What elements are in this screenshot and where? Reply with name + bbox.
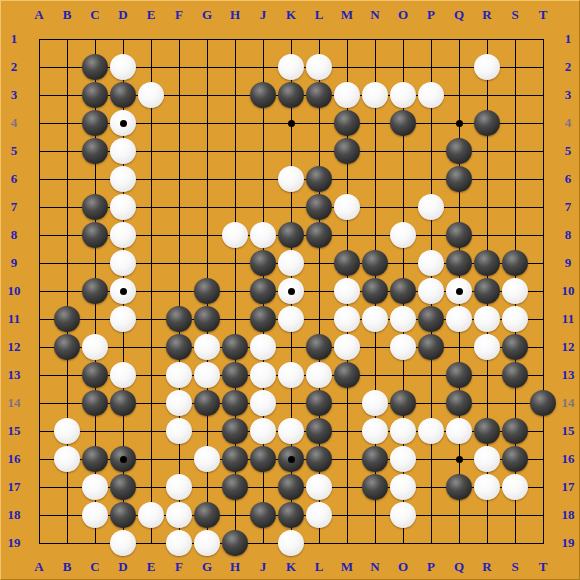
white-stone [362, 82, 388, 108]
white-stone [250, 390, 276, 416]
white-stone [390, 334, 416, 360]
white-stone [474, 446, 500, 472]
white-stone [418, 82, 444, 108]
black-stone [446, 362, 472, 388]
white-stone [502, 306, 528, 332]
white-stone [166, 418, 192, 444]
black-stone [82, 222, 108, 248]
star-point [456, 288, 463, 295]
black-stone [250, 82, 276, 108]
column-label: E [137, 5, 165, 25]
white-stone [446, 306, 472, 332]
black-stone [474, 418, 500, 444]
black-stone [222, 530, 248, 556]
column-label: D [109, 5, 137, 25]
white-stone [278, 306, 304, 332]
white-stone [390, 446, 416, 472]
black-stone [194, 278, 220, 304]
black-stone [54, 306, 80, 332]
black-stone [390, 278, 416, 304]
black-stone [446, 474, 472, 500]
black-stone [418, 334, 444, 360]
white-stone [250, 222, 276, 248]
row-label: 2 [3, 53, 25, 81]
row-label: 19 [557, 529, 579, 557]
row-label: 4 [557, 109, 579, 137]
black-stone [334, 362, 360, 388]
black-stone [82, 278, 108, 304]
white-stone [390, 82, 416, 108]
column-label: R [473, 5, 501, 25]
black-stone [222, 446, 248, 472]
row-label: 7 [3, 193, 25, 221]
white-stone [110, 222, 136, 248]
black-stone [306, 82, 332, 108]
row-label: 3 [3, 81, 25, 109]
white-stone [390, 502, 416, 528]
black-stone [82, 110, 108, 136]
black-stone [502, 362, 528, 388]
white-stone [362, 306, 388, 332]
white-stone [138, 502, 164, 528]
column-label: P [417, 5, 445, 25]
column-label: B [53, 5, 81, 25]
black-stone [502, 418, 528, 444]
white-stone [54, 446, 80, 472]
column-label: K [277, 557, 305, 577]
column-label: O [389, 557, 417, 577]
black-stone [362, 446, 388, 472]
black-stone [110, 82, 136, 108]
black-stone [530, 390, 556, 416]
white-stone [110, 530, 136, 556]
star-point [120, 456, 127, 463]
column-label: L [305, 5, 333, 25]
black-stone [306, 418, 332, 444]
black-stone [334, 110, 360, 136]
row-label: 10 [557, 277, 579, 305]
row-label: 1 [557, 25, 579, 53]
white-stone [110, 54, 136, 80]
black-stone [278, 474, 304, 500]
row-label: 5 [3, 137, 25, 165]
row-label: 7 [557, 193, 579, 221]
white-stone [278, 530, 304, 556]
row-label: 5 [557, 137, 579, 165]
white-stone [82, 502, 108, 528]
white-stone [278, 54, 304, 80]
row-label: 11 [3, 305, 25, 333]
black-stone [278, 502, 304, 528]
white-stone [278, 418, 304, 444]
black-stone [222, 390, 248, 416]
black-stone [306, 194, 332, 220]
column-label: T [529, 5, 557, 25]
white-stone [334, 306, 360, 332]
row-label: 17 [3, 473, 25, 501]
black-stone [502, 446, 528, 472]
column-label: J [249, 5, 277, 25]
row-label: 9 [3, 249, 25, 277]
white-stone [194, 362, 220, 388]
black-stone [82, 446, 108, 472]
column-label: A [25, 557, 53, 577]
white-stone [166, 502, 192, 528]
column-label: D [109, 557, 137, 577]
black-stone [390, 110, 416, 136]
white-stone [82, 334, 108, 360]
white-stone [334, 278, 360, 304]
column-label: N [361, 557, 389, 577]
column-label: H [221, 557, 249, 577]
white-stone [278, 166, 304, 192]
row-label: 6 [3, 165, 25, 193]
column-label: S [501, 5, 529, 25]
black-stone [278, 82, 304, 108]
white-stone [306, 362, 332, 388]
column-label: N [361, 5, 389, 25]
black-stone [446, 250, 472, 276]
black-stone [110, 502, 136, 528]
black-stone [306, 446, 332, 472]
black-stone [362, 474, 388, 500]
column-label: L [305, 557, 333, 577]
column-label: G [193, 5, 221, 25]
white-stone [390, 474, 416, 500]
white-stone [110, 194, 136, 220]
row-label: 4 [3, 109, 25, 137]
white-stone [474, 54, 500, 80]
row-label: 9 [557, 249, 579, 277]
row-label: 16 [3, 445, 25, 473]
column-label: F [165, 5, 193, 25]
white-stone [390, 418, 416, 444]
white-stone [194, 446, 220, 472]
black-stone [82, 362, 108, 388]
star-point [120, 288, 127, 295]
row-label: 18 [557, 501, 579, 529]
column-label: K [277, 5, 305, 25]
row-label: 2 [557, 53, 579, 81]
white-stone [306, 54, 332, 80]
black-stone [222, 474, 248, 500]
black-stone [222, 418, 248, 444]
column-label: A [25, 5, 53, 25]
black-stone [446, 390, 472, 416]
row-label: 15 [557, 417, 579, 445]
white-stone [54, 418, 80, 444]
row-label: 12 [3, 333, 25, 361]
row-label: 3 [557, 81, 579, 109]
black-stone [278, 222, 304, 248]
white-stone [166, 390, 192, 416]
black-stone [222, 334, 248, 360]
black-stone [166, 334, 192, 360]
white-stone [278, 362, 304, 388]
row-label: 8 [3, 221, 25, 249]
white-stone [250, 418, 276, 444]
white-stone [418, 278, 444, 304]
white-stone [334, 82, 360, 108]
black-stone [474, 278, 500, 304]
white-stone [474, 306, 500, 332]
column-label: O [389, 5, 417, 25]
black-stone [250, 306, 276, 332]
black-stone [306, 166, 332, 192]
black-stone [306, 334, 332, 360]
row-label: 15 [3, 417, 25, 445]
black-stone [390, 390, 416, 416]
row-label: 17 [557, 473, 579, 501]
row-label: 11 [557, 305, 579, 333]
column-label: C [81, 557, 109, 577]
column-label: R [473, 557, 501, 577]
column-label: M [333, 557, 361, 577]
black-stone [82, 390, 108, 416]
black-stone [306, 390, 332, 416]
white-stone [250, 362, 276, 388]
black-stone [82, 54, 108, 80]
white-stone [418, 418, 444, 444]
row-label: 16 [557, 445, 579, 473]
black-stone [362, 250, 388, 276]
black-stone [194, 390, 220, 416]
white-stone [474, 334, 500, 360]
star-point [288, 456, 295, 463]
row-label: 12 [557, 333, 579, 361]
white-stone [110, 138, 136, 164]
row-label: 13 [3, 361, 25, 389]
black-stone [82, 194, 108, 220]
row-label: 14 [557, 389, 579, 417]
white-stone [474, 474, 500, 500]
column-label: B [53, 557, 81, 577]
row-label: 14 [3, 389, 25, 417]
star-point [288, 120, 295, 127]
white-stone [446, 418, 472, 444]
black-stone [446, 222, 472, 248]
black-stone [110, 390, 136, 416]
white-stone [110, 306, 136, 332]
column-label: J [249, 557, 277, 577]
column-label: T [529, 557, 557, 577]
black-stone [166, 306, 192, 332]
white-stone [110, 166, 136, 192]
black-stone [362, 278, 388, 304]
column-label: F [165, 557, 193, 577]
star-point [456, 456, 463, 463]
black-stone [446, 138, 472, 164]
white-stone [250, 334, 276, 360]
white-stone [306, 474, 332, 500]
white-stone [110, 362, 136, 388]
black-stone [502, 334, 528, 360]
black-stone [82, 82, 108, 108]
star-point [456, 120, 463, 127]
white-stone [390, 306, 416, 332]
black-stone [418, 306, 444, 332]
row-label: 10 [3, 277, 25, 305]
column-label: E [137, 557, 165, 577]
row-label: 18 [3, 501, 25, 529]
go-board-window: ABCDEFGHJKLMNOPQRST ABCDEFGHJKLMNOPQRST … [0, 0, 580, 580]
white-stone [110, 250, 136, 276]
black-stone [474, 250, 500, 276]
white-stone [502, 474, 528, 500]
black-stone [334, 250, 360, 276]
column-label: P [417, 557, 445, 577]
black-stone [250, 502, 276, 528]
white-stone [166, 474, 192, 500]
row-label: 8 [557, 221, 579, 249]
white-stone [194, 334, 220, 360]
black-stone [222, 362, 248, 388]
row-label: 13 [557, 361, 579, 389]
column-label: C [81, 5, 109, 25]
star-point [288, 288, 295, 295]
white-stone [222, 222, 248, 248]
row-label: 6 [557, 165, 579, 193]
column-label: Q [445, 5, 473, 25]
column-label: S [501, 557, 529, 577]
white-stone [418, 250, 444, 276]
white-stone [166, 530, 192, 556]
white-stone [334, 334, 360, 360]
column-label: M [333, 5, 361, 25]
star-point [120, 120, 127, 127]
column-label: H [221, 5, 249, 25]
row-label: 19 [3, 529, 25, 557]
white-stone [334, 194, 360, 220]
black-stone [110, 474, 136, 500]
black-stone [194, 306, 220, 332]
black-stone [250, 446, 276, 472]
white-stone [278, 250, 304, 276]
black-stone [82, 138, 108, 164]
white-stone [362, 390, 388, 416]
column-label: Q [445, 557, 473, 577]
white-stone [166, 362, 192, 388]
white-stone [362, 418, 388, 444]
row-label: 1 [3, 25, 25, 53]
white-stone [138, 82, 164, 108]
column-label: G [193, 557, 221, 577]
white-stone [194, 530, 220, 556]
white-stone [502, 278, 528, 304]
white-stone [306, 502, 332, 528]
black-stone [194, 502, 220, 528]
black-stone [250, 278, 276, 304]
white-stone [82, 474, 108, 500]
black-stone [474, 110, 500, 136]
black-stone [502, 250, 528, 276]
black-stone [54, 334, 80, 360]
black-stone [250, 250, 276, 276]
black-stone [306, 222, 332, 248]
black-stone [446, 166, 472, 192]
white-stone [390, 222, 416, 248]
black-stone [334, 138, 360, 164]
white-stone [418, 194, 444, 220]
